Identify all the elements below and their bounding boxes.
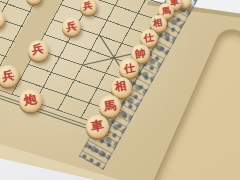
xiangqi-piece[interactable]: 兵 <box>62 17 81 36</box>
xiangqi-piece[interactable]: 炮 <box>19 89 42 112</box>
piece-character: 仕 <box>123 62 136 74</box>
xiangqi-piece[interactable]: 相 <box>111 77 132 98</box>
xiangqi-piece[interactable]: 兵 <box>28 40 49 61</box>
xiangqi-piece[interactable]: 兵 <box>80 0 97 15</box>
piece-character: 兵 <box>65 20 77 32</box>
xiangqi-piece[interactable]: 車 <box>86 115 109 138</box>
piece-character: 兵 <box>31 44 44 57</box>
piece-character: 兵 <box>1 69 15 82</box>
piece-character: 相 <box>114 81 127 94</box>
piece-character: 馬 <box>103 99 117 112</box>
piece-character: 炮 <box>23 93 38 107</box>
xiangqi-piece[interactable]: 仕 <box>119 58 139 78</box>
xiangqi-piece[interactable]: 馬 <box>99 95 121 117</box>
piece-character: 馬 <box>161 6 171 16</box>
piece-character: 相 <box>153 18 164 28</box>
piece-character: 車 <box>90 119 105 133</box>
xiangqi-board-photo: 車馬相仕帥仕相馬車兵兵兵兵炮 <box>0 0 240 180</box>
piece-character: 仕 <box>143 33 154 44</box>
piece-character: 帥 <box>134 47 146 59</box>
piece-character: 兵 <box>83 1 94 11</box>
